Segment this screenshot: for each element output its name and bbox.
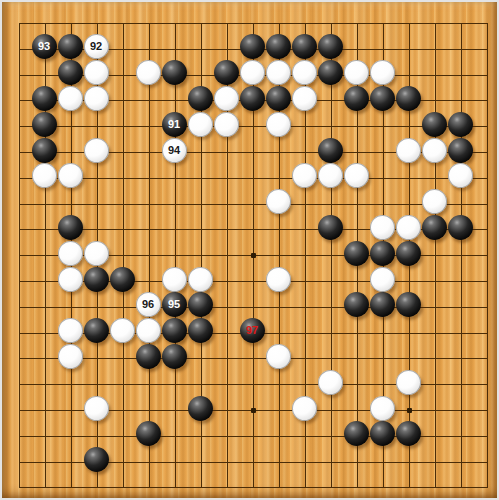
- stone-black: [84, 267, 109, 292]
- stone-white: [396, 215, 421, 240]
- stone-black: [292, 34, 317, 59]
- stone-black: [240, 34, 265, 59]
- grid-line-vertical: [461, 23, 462, 488]
- stone-white: [58, 86, 83, 111]
- stone-white: [84, 60, 109, 85]
- stone-black: [396, 292, 421, 317]
- stone-white: [266, 60, 291, 85]
- stone-white: [448, 163, 473, 188]
- stone-black: [32, 138, 57, 163]
- stone-black: [84, 318, 109, 343]
- grid-line-vertical: [331, 23, 332, 488]
- stone-black: 95: [162, 292, 187, 317]
- stone-white: [188, 267, 213, 292]
- stone-black: [396, 86, 421, 111]
- move-number-label: 94: [168, 145, 180, 156]
- board-surface[interactable]: 93929194969597: [2, 2, 497, 498]
- stone-black: [162, 344, 187, 369]
- stone-black: [318, 60, 343, 85]
- stone-black: [422, 112, 447, 137]
- stone-white: [370, 267, 395, 292]
- stone-black: 97: [240, 318, 265, 343]
- stone-white: [58, 344, 83, 369]
- stone-black: [58, 60, 83, 85]
- stone-black: [422, 215, 447, 240]
- stone-black: [344, 421, 369, 446]
- stone-white: [32, 163, 57, 188]
- stone-black: [370, 241, 395, 266]
- stone-black: [266, 86, 291, 111]
- stone-black: [370, 421, 395, 446]
- stone-white: [188, 112, 213, 137]
- stone-white: [292, 163, 317, 188]
- stone-black: [136, 421, 161, 446]
- stone-white: [292, 396, 317, 421]
- stone-white: [162, 267, 187, 292]
- stone-white: [240, 60, 265, 85]
- stone-white: [58, 163, 83, 188]
- stone-white: [136, 60, 161, 85]
- move-number-label: 93: [38, 41, 50, 52]
- goban: 93929194969597: [0, 0, 499, 500]
- star-point: [251, 408, 256, 413]
- grid-line-vertical: [435, 23, 436, 488]
- stone-white: [422, 138, 447, 163]
- stone-black: [162, 60, 187, 85]
- stone-black: [448, 112, 473, 137]
- stone-white: [84, 138, 109, 163]
- grid-line-horizontal: [19, 358, 488, 359]
- stone-black: [448, 138, 473, 163]
- stone-black: [318, 215, 343, 240]
- stone-white: [214, 86, 239, 111]
- star-point: [251, 253, 256, 258]
- move-number-label: 97: [246, 325, 258, 336]
- move-number-label: 91: [168, 119, 180, 130]
- grid-line-vertical: [487, 23, 488, 488]
- stone-black: [370, 86, 395, 111]
- stone-white: [318, 370, 343, 395]
- move-number-label: 92: [90, 41, 102, 52]
- stone-black: [214, 60, 239, 85]
- stone-white: [344, 163, 369, 188]
- stone-black: [188, 292, 213, 317]
- stone-black: 91: [162, 112, 187, 137]
- stone-white: [214, 112, 239, 137]
- stone-black: [344, 292, 369, 317]
- move-number-label: 96: [142, 299, 154, 310]
- stone-black: [266, 34, 291, 59]
- stone-white: [370, 396, 395, 421]
- stone-white: [58, 267, 83, 292]
- stone-black: [110, 267, 135, 292]
- stone-black: [344, 241, 369, 266]
- stone-black: [318, 34, 343, 59]
- stone-white: [110, 318, 135, 343]
- stone-black: [344, 86, 369, 111]
- stone-white: [84, 396, 109, 421]
- stone-white: [396, 370, 421, 395]
- stone-black: [240, 86, 265, 111]
- stone-white: [396, 138, 421, 163]
- grid-line-horizontal: [19, 487, 488, 488]
- stone-black: [162, 318, 187, 343]
- stone-white: [266, 267, 291, 292]
- stone-white: 92: [84, 34, 109, 59]
- stone-white: [58, 318, 83, 343]
- stone-white: [370, 60, 395, 85]
- stone-black: [84, 447, 109, 472]
- stone-black: 93: [32, 34, 57, 59]
- star-point: [407, 408, 412, 413]
- stone-black: [188, 86, 213, 111]
- stone-white: [266, 189, 291, 214]
- stone-black: [32, 86, 57, 111]
- stone-white: [370, 215, 395, 240]
- move-number-label: 95: [168, 299, 180, 310]
- stone-black: [58, 215, 83, 240]
- stone-black: [32, 112, 57, 137]
- stone-black: [188, 396, 213, 421]
- stone-white: [318, 163, 343, 188]
- stone-black: [396, 421, 421, 446]
- stone-white: [422, 189, 447, 214]
- stone-white: [84, 86, 109, 111]
- stone-white: [292, 60, 317, 85]
- stone-white: 94: [162, 138, 187, 163]
- stone-white: [266, 344, 291, 369]
- stone-black: [396, 241, 421, 266]
- stone-white: 96: [136, 292, 161, 317]
- stone-white: [84, 241, 109, 266]
- stone-black: [58, 34, 83, 59]
- stone-white: [266, 112, 291, 137]
- stone-white: [136, 318, 161, 343]
- stone-white: [58, 241, 83, 266]
- stone-black: [318, 138, 343, 163]
- stone-white: [344, 60, 369, 85]
- stone-black: [370, 292, 395, 317]
- stone-black: [448, 215, 473, 240]
- stone-white: [292, 86, 317, 111]
- stone-black: [188, 318, 213, 343]
- stone-black: [136, 344, 161, 369]
